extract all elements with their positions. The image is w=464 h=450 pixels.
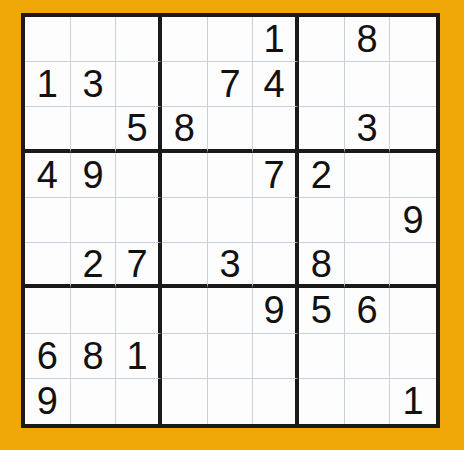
cell-r8c7-empty[interactable] — [299, 334, 345, 379]
cell-r3c5-empty[interactable] — [208, 107, 254, 152]
cell-r9c2-empty[interactable] — [71, 379, 117, 424]
cell-r2c8-empty[interactable] — [345, 62, 391, 107]
cell-r8c4-empty[interactable] — [162, 334, 208, 379]
cell-r1c5-empty[interactable] — [208, 17, 254, 62]
cell-r3c3-given: 5 — [116, 107, 162, 152]
cell-r1c8-given: 8 — [345, 17, 391, 62]
cell-r4c2-given: 9 — [71, 153, 117, 198]
cell-r6c3-given: 7 — [116, 243, 162, 288]
cell-r7c8-given: 6 — [345, 288, 391, 333]
cell-r4c4-empty[interactable] — [162, 153, 208, 198]
cell-r6c7-given: 8 — [299, 243, 345, 288]
cell-r2c4-empty[interactable] — [162, 62, 208, 107]
cell-r5c4-empty[interactable] — [162, 198, 208, 243]
cell-r7c7-given: 5 — [299, 288, 345, 333]
cell-r7c1-empty[interactable] — [25, 288, 71, 333]
cell-r5c1-empty[interactable] — [25, 198, 71, 243]
cell-r9c1-given: 9 — [25, 379, 71, 424]
cell-r3c6-empty[interactable] — [253, 107, 299, 152]
cell-r1c7-empty[interactable] — [299, 17, 345, 62]
cell-r9c3-empty[interactable] — [116, 379, 162, 424]
cell-r5c8-empty[interactable] — [345, 198, 391, 243]
cell-r8c2-given: 8 — [71, 334, 117, 379]
cell-r2c1-given: 1 — [25, 62, 71, 107]
cell-r1c2-empty[interactable] — [71, 17, 117, 62]
cell-r8c9-empty[interactable] — [390, 334, 436, 379]
cell-r3c2-empty[interactable] — [71, 107, 117, 152]
cell-r9c4-empty[interactable] — [162, 379, 208, 424]
cell-r7c3-empty[interactable] — [116, 288, 162, 333]
cell-r2c5-given: 7 — [208, 62, 254, 107]
cell-r6c2-given: 2 — [71, 243, 117, 288]
cell-r8c5-empty[interactable] — [208, 334, 254, 379]
cell-r4c9-empty[interactable] — [390, 153, 436, 198]
cell-r5c7-empty[interactable] — [299, 198, 345, 243]
cell-r4c8-empty[interactable] — [345, 153, 391, 198]
cell-r7c5-empty[interactable] — [208, 288, 254, 333]
cell-r8c3-given: 1 — [116, 334, 162, 379]
cell-r2c3-empty[interactable] — [116, 62, 162, 107]
cell-r5c3-empty[interactable] — [116, 198, 162, 243]
cell-r6c9-empty[interactable] — [390, 243, 436, 288]
cell-r2c9-empty[interactable] — [390, 62, 436, 107]
cell-r7c9-empty[interactable] — [390, 288, 436, 333]
cell-r9c6-empty[interactable] — [253, 379, 299, 424]
cell-r3c4-given: 8 — [162, 107, 208, 152]
cell-r7c2-empty[interactable] — [71, 288, 117, 333]
cell-r3c1-empty[interactable] — [25, 107, 71, 152]
cell-r1c9-empty[interactable] — [390, 17, 436, 62]
page-background: { "game": "sudoku", "position": "0000010… — [0, 0, 464, 450]
cell-r7c6-given: 9 — [253, 288, 299, 333]
cell-r1c6-given: 1 — [253, 17, 299, 62]
cell-r9c5-empty[interactable] — [208, 379, 254, 424]
cell-r2c7-empty[interactable] — [299, 62, 345, 107]
cell-r1c3-empty[interactable] — [116, 17, 162, 62]
cell-r4c3-empty[interactable] — [116, 153, 162, 198]
cell-r4c1-given: 4 — [25, 153, 71, 198]
cell-r6c8-empty[interactable] — [345, 243, 391, 288]
cell-r3c9-empty[interactable] — [390, 107, 436, 152]
cell-r3c8-given: 3 — [345, 107, 391, 152]
cell-r8c1-given: 6 — [25, 334, 71, 379]
cell-r6c6-empty[interactable] — [253, 243, 299, 288]
cell-r4c5-empty[interactable] — [208, 153, 254, 198]
cell-r9c9-given: 1 — [390, 379, 436, 424]
cell-r5c6-empty[interactable] — [253, 198, 299, 243]
cell-r4c7-given: 2 — [299, 153, 345, 198]
cell-r9c8-empty[interactable] — [345, 379, 391, 424]
cell-r7c4-empty[interactable] — [162, 288, 208, 333]
sudoku-board: 18137458349729273895668191 — [21, 13, 440, 428]
cell-r2c2-given: 3 — [71, 62, 117, 107]
cell-r3c7-empty[interactable] — [299, 107, 345, 152]
cell-r9c7-empty[interactable] — [299, 379, 345, 424]
cell-r5c2-empty[interactable] — [71, 198, 117, 243]
cell-r1c1-empty[interactable] — [25, 17, 71, 62]
cell-r2c6-given: 4 — [253, 62, 299, 107]
cell-r5c5-empty[interactable] — [208, 198, 254, 243]
cell-r6c1-empty[interactable] — [25, 243, 71, 288]
cell-r6c5-given: 3 — [208, 243, 254, 288]
cell-r8c8-empty[interactable] — [345, 334, 391, 379]
cell-r5c9-given: 9 — [390, 198, 436, 243]
cell-r8c6-empty[interactable] — [253, 334, 299, 379]
cell-r1c4-empty[interactable] — [162, 17, 208, 62]
cell-r6c4-empty[interactable] — [162, 243, 208, 288]
cell-r4c6-given: 7 — [253, 153, 299, 198]
